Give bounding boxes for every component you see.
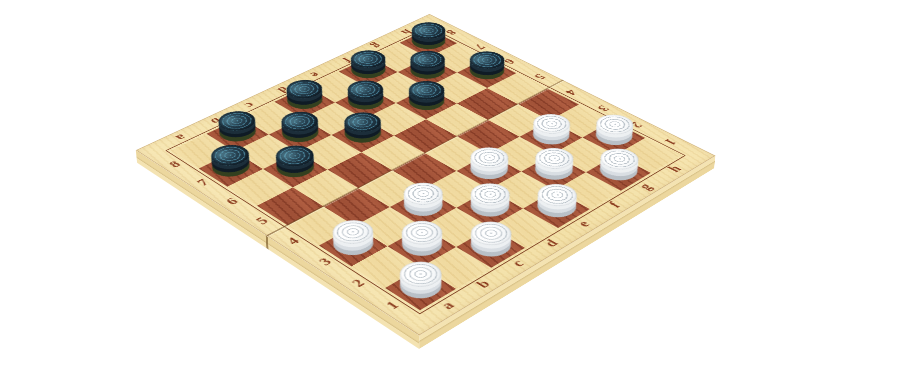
playing-area — [171, 29, 680, 310]
board-photo: aabbccddeeffgghh1122334455667788 — [0, 0, 900, 380]
perspective-scene: aabbccddeeffgghh1122334455667788 — [220, 0, 630, 358]
checkers-board: aabbccddeeffgghh1122334455667788 — [136, 14, 716, 336]
board-top-face: aabbccddeeffgghh1122334455667788 — [136, 14, 716, 336]
white-checker-c1[interactable] — [462, 231, 519, 264]
white-checker-a3[interactable] — [325, 229, 381, 262]
